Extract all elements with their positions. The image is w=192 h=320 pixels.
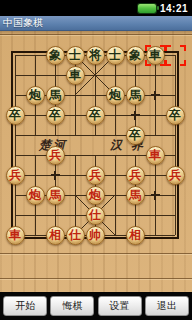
piece-black-soldier[interactable]: 卒 — [6, 106, 25, 125]
piece-red-cannon[interactable]: 炮 — [26, 186, 45, 205]
bottom-toolbar: 开始 悔棋 设置 退出 — [0, 292, 192, 320]
piece-red-chariot[interactable]: 車 — [6, 226, 25, 245]
point-marker — [151, 191, 160, 200]
piece-black-cannon[interactable]: 炮 — [106, 86, 125, 105]
piece-red-soldier[interactable]: 兵 — [126, 166, 145, 185]
piece-black-general[interactable]: 将 — [86, 46, 105, 65]
point-marker — [151, 91, 160, 100]
piece-black-horse[interactable]: 馬 — [46, 86, 65, 105]
status-time: 14:21 — [160, 3, 188, 14]
xiangqi-board[interactable]: 楚河 汉界 象士将士象車車炮馬炮馬卒卒卒卒卒兵車兵兵兵兵炮馬炮馬仕車相仕帅相 — [0, 0, 192, 292]
point-marker — [51, 171, 60, 180]
point-marker — [131, 111, 140, 120]
piece-red-soldier[interactable]: 兵 — [46, 146, 65, 165]
title-bar: 中国象棋 — [0, 16, 192, 31]
piece-black-chariot[interactable]: 車 — [66, 66, 85, 85]
piece-black-soldier[interactable]: 卒 — [166, 106, 185, 125]
exit-button[interactable]: 退出 — [145, 296, 189, 316]
piece-red-cannon[interactable]: 炮 — [86, 186, 105, 205]
piece-black-chariot[interactable]: 車 — [146, 46, 165, 65]
piece-black-soldier[interactable]: 卒 — [86, 106, 105, 125]
piece-black-advisor[interactable]: 士 — [106, 46, 125, 65]
piece-red-soldier[interactable]: 兵 — [86, 166, 105, 185]
status-bar: 14:21 — [0, 0, 192, 16]
piece-red-elephant[interactable]: 相 — [46, 226, 65, 245]
board-lines — [0, 0, 192, 292]
piece-red-advisor[interactable]: 仕 — [66, 226, 85, 245]
piece-black-elephant[interactable]: 象 — [126, 46, 145, 65]
piece-black-soldier[interactable]: 卒 — [126, 126, 145, 145]
piece-red-horse[interactable]: 馬 — [46, 186, 65, 205]
piece-black-horse[interactable]: 馬 — [126, 86, 145, 105]
piece-red-general[interactable]: 帅 — [86, 226, 105, 245]
app-title: 中国象棋 — [0, 16, 43, 30]
piece-red-horse[interactable]: 馬 — [126, 186, 145, 205]
piece-red-elephant[interactable]: 相 — [126, 226, 145, 245]
piece-red-chariot[interactable]: 車 — [146, 146, 165, 165]
piece-black-cannon[interactable]: 炮 — [26, 86, 45, 105]
piece-black-soldier[interactable]: 卒 — [46, 106, 65, 125]
battery-icon — [138, 4, 156, 13]
undo-button[interactable]: 悔棋 — [50, 296, 94, 316]
piece-red-advisor[interactable]: 仕 — [86, 206, 105, 225]
piece-red-soldier[interactable]: 兵 — [166, 166, 185, 185]
settings-button[interactable]: 设置 — [98, 296, 142, 316]
piece-black-elephant[interactable]: 象 — [46, 46, 65, 65]
app-screen: 14:21 中国象棋 楚河 汉界 象士将士象車車炮馬炮馬卒卒卒卒卒兵車兵兵兵兵炮… — [0, 0, 192, 320]
piece-black-advisor[interactable]: 士 — [66, 46, 85, 65]
piece-red-soldier[interactable]: 兵 — [6, 166, 25, 185]
start-button[interactable]: 开始 — [3, 296, 47, 316]
